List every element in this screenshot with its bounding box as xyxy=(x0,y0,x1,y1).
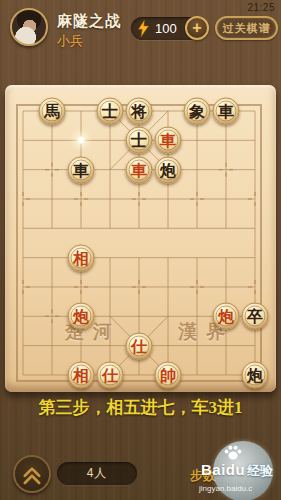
piece-black-卒[interactable]: 卒 xyxy=(242,303,269,330)
stage-title: 麻隧之战 xyxy=(57,12,121,31)
app-screen: 21:25 麻隧之战 小兵 100 + 过关棋谱 楚河 漢界 馬士将象車士車車車… xyxy=(0,0,281,500)
piece-black-将[interactable]: 将 xyxy=(126,98,153,125)
expand-menu-button[interactable] xyxy=(13,455,51,493)
watermark-suffix: 经验 xyxy=(247,462,273,480)
rank-label: 小兵 xyxy=(57,32,83,50)
move-caption: 第三步，相五进七，车3进1 xyxy=(0,396,281,419)
piece-red-相[interactable]: 相 xyxy=(68,361,95,388)
piece-black-炮[interactable]: 炮 xyxy=(242,361,269,388)
piece-red-車[interactable]: 車 xyxy=(155,127,182,154)
paw-icon xyxy=(224,445,242,460)
piece-black-馬[interactable]: 馬 xyxy=(39,98,66,125)
piece-red-帥[interactable]: 帥 xyxy=(155,361,182,388)
piece-black-士[interactable]: 士 xyxy=(97,98,124,125)
piece-black-車[interactable]: 車 xyxy=(213,98,240,125)
energy-value: 100 xyxy=(155,21,177,36)
piece-black-士[interactable]: 士 xyxy=(126,127,153,154)
double-chevron-up-icon xyxy=(15,457,49,491)
players-count-badge[interactable]: 4人 xyxy=(57,462,137,485)
clock-time: 21:25 xyxy=(247,2,275,13)
lightning-icon xyxy=(138,20,149,37)
piece-red-炮[interactable]: 炮 xyxy=(213,303,240,330)
watermark-brand: Baidu xyxy=(201,461,245,478)
piece-red-車[interactable]: 車 xyxy=(126,156,153,183)
piece-black-車[interactable]: 車 xyxy=(68,156,95,183)
piece-red-炮[interactable]: 炮 xyxy=(68,303,95,330)
piece-red-仕[interactable]: 仕 xyxy=(126,332,153,359)
piece-red-仕[interactable]: 仕 xyxy=(97,361,124,388)
watermark-url: jingyan.baidu.c xyxy=(199,484,252,493)
add-energy-button[interactable]: + xyxy=(185,16,209,40)
xiangqi-board[interactable]: 楚河 漢界 馬士将象車士車車車炮相炮炮卒仕相仕帥炮 xyxy=(5,85,276,392)
piece-black-象[interactable]: 象 xyxy=(184,98,211,125)
last-move-from-marker xyxy=(77,136,85,144)
stage-records-button[interactable]: 过关棋谱 xyxy=(215,16,278,40)
player-avatar[interactable] xyxy=(10,8,48,46)
piece-black-炮[interactable]: 炮 xyxy=(155,156,182,183)
piece-red-相[interactable]: 相 xyxy=(68,244,95,271)
